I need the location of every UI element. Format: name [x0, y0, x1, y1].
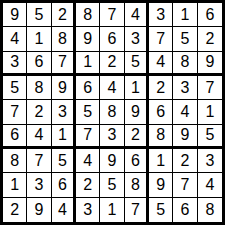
- sudoku-cell-r4c2[interactable]: 8: [27, 76, 51, 100]
- sudoku-cell-r3c4[interactable]: 1: [76, 52, 100, 76]
- sudoku-cell-r9c6[interactable]: 7: [125, 198, 149, 222]
- sudoku-cell-r4c6[interactable]: 1: [125, 76, 149, 100]
- sudoku-cell-r5c8[interactable]: 4: [173, 100, 197, 124]
- sudoku-cell-r1c6[interactable]: 4: [125, 3, 149, 27]
- sudoku-cell-r6c3[interactable]: 1: [52, 125, 76, 149]
- sudoku-cell-r7c7[interactable]: 1: [149, 149, 173, 173]
- sudoku-cell-r9c7[interactable]: 5: [149, 198, 173, 222]
- sudoku-cell-r9c5[interactable]: 1: [100, 198, 124, 222]
- sudoku-cell-r4c4[interactable]: 6: [76, 76, 100, 100]
- sudoku-cell-r9c3[interactable]: 4: [52, 198, 76, 222]
- sudoku-cell-r1c5[interactable]: 7: [100, 3, 124, 27]
- sudoku-cell-r1c9[interactable]: 6: [198, 3, 222, 27]
- sudoku-cell-r4c1[interactable]: 5: [3, 76, 27, 100]
- sudoku-cell-r6c6[interactable]: 2: [125, 125, 149, 149]
- sudoku-cell-r1c1[interactable]: 9: [3, 3, 27, 27]
- sudoku-cell-r5c4[interactable]: 5: [76, 100, 100, 124]
- sudoku-cell-r3c2[interactable]: 6: [27, 52, 51, 76]
- sudoku-cell-r7c9[interactable]: 3: [198, 149, 222, 173]
- sudoku-cell-r7c3[interactable]: 5: [52, 149, 76, 173]
- sudoku-cell-r4c8[interactable]: 3: [173, 76, 197, 100]
- sudoku-cell-r3c8[interactable]: 8: [173, 52, 197, 76]
- sudoku-cell-r7c5[interactable]: 9: [100, 149, 124, 173]
- sudoku-cell-r3c3[interactable]: 7: [52, 52, 76, 76]
- sudoku-cell-r2c5[interactable]: 6: [100, 27, 124, 51]
- sudoku-cell-r6c7[interactable]: 8: [149, 125, 173, 149]
- sudoku-cell-r4c5[interactable]: 4: [100, 76, 124, 100]
- sudoku-cell-r3c5[interactable]: 2: [100, 52, 124, 76]
- sudoku-cell-r7c2[interactable]: 7: [27, 149, 51, 173]
- sudoku-cell-r9c9[interactable]: 8: [198, 198, 222, 222]
- sudoku-cell-r6c9[interactable]: 5: [198, 125, 222, 149]
- sudoku-cell-r6c1[interactable]: 6: [3, 125, 27, 149]
- sudoku-cell-r2c7[interactable]: 7: [149, 27, 173, 51]
- sudoku-cell-r7c8[interactable]: 2: [173, 149, 197, 173]
- sudoku-cell-r1c3[interactable]: 2: [52, 3, 76, 27]
- sudoku-cell-r7c4[interactable]: 4: [76, 149, 100, 173]
- sudoku-cell-r3c1[interactable]: 3: [3, 52, 27, 76]
- sudoku-cell-r1c7[interactable]: 3: [149, 3, 173, 27]
- sudoku-cell-r7c1[interactable]: 8: [3, 149, 27, 173]
- sudoku-cell-r2c9[interactable]: 2: [198, 27, 222, 51]
- sudoku-cell-r5c1[interactable]: 7: [3, 100, 27, 124]
- sudoku-cell-r2c4[interactable]: 9: [76, 27, 100, 51]
- sudoku-cell-r9c8[interactable]: 6: [173, 198, 197, 222]
- sudoku-cell-r4c3[interactable]: 9: [52, 76, 76, 100]
- sudoku-board: 9528743164189637523671254895896412377235…: [0, 0, 225, 225]
- sudoku-cell-r5c6[interactable]: 9: [125, 100, 149, 124]
- sudoku-cell-r3c7[interactable]: 4: [149, 52, 173, 76]
- sudoku-cell-r2c3[interactable]: 8: [52, 27, 76, 51]
- sudoku-cell-r8c9[interactable]: 4: [198, 173, 222, 197]
- sudoku-cell-r8c3[interactable]: 6: [52, 173, 76, 197]
- sudoku-cell-r2c6[interactable]: 3: [125, 27, 149, 51]
- sudoku-cell-r8c8[interactable]: 7: [173, 173, 197, 197]
- sudoku-cell-r8c5[interactable]: 5: [100, 173, 124, 197]
- sudoku-cell-r9c2[interactable]: 9: [27, 198, 51, 222]
- sudoku-cell-r9c4[interactable]: 3: [76, 198, 100, 222]
- sudoku-cell-r9c1[interactable]: 2: [3, 198, 27, 222]
- sudoku-cell-r2c1[interactable]: 4: [3, 27, 27, 51]
- sudoku-cell-r2c2[interactable]: 1: [27, 27, 51, 51]
- sudoku-cell-r1c4[interactable]: 8: [76, 3, 100, 27]
- sudoku-cell-r8c7[interactable]: 9: [149, 173, 173, 197]
- sudoku-cell-r2c8[interactable]: 5: [173, 27, 197, 51]
- sudoku-cell-r5c3[interactable]: 3: [52, 100, 76, 124]
- sudoku-cell-r3c6[interactable]: 5: [125, 52, 149, 76]
- sudoku-cell-r1c2[interactable]: 5: [27, 3, 51, 27]
- sudoku-cell-r8c1[interactable]: 1: [3, 173, 27, 197]
- sudoku-cell-r8c2[interactable]: 3: [27, 173, 51, 197]
- sudoku-cell-r4c9[interactable]: 7: [198, 76, 222, 100]
- sudoku-cell-r6c5[interactable]: 3: [100, 125, 124, 149]
- sudoku-cell-r5c9[interactable]: 1: [198, 100, 222, 124]
- sudoku-cell-r8c4[interactable]: 2: [76, 173, 100, 197]
- sudoku-cell-r5c2[interactable]: 2: [27, 100, 51, 124]
- sudoku-cell-r6c8[interactable]: 9: [173, 125, 197, 149]
- sudoku-cell-r3c9[interactable]: 9: [198, 52, 222, 76]
- sudoku-cell-r5c7[interactable]: 6: [149, 100, 173, 124]
- sudoku-cell-r4c7[interactable]: 2: [149, 76, 173, 100]
- sudoku-cell-r5c5[interactable]: 8: [100, 100, 124, 124]
- sudoku-cell-r1c8[interactable]: 1: [173, 3, 197, 27]
- sudoku-cell-r7c6[interactable]: 6: [125, 149, 149, 173]
- sudoku-cell-r6c4[interactable]: 7: [76, 125, 100, 149]
- sudoku-cell-r6c2[interactable]: 4: [27, 125, 51, 149]
- sudoku-cell-r8c6[interactable]: 8: [125, 173, 149, 197]
